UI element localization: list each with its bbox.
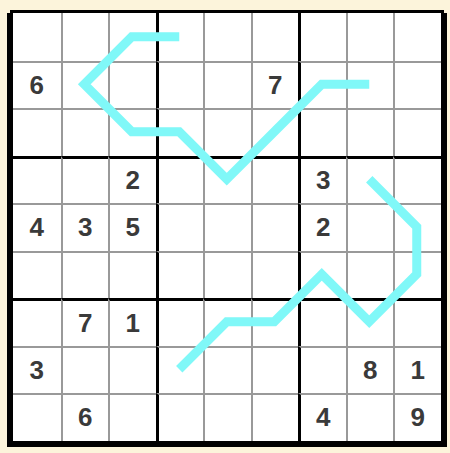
cell-r5c8[interactable]: [393, 251, 441, 299]
cell-r6c3[interactable]: [156, 298, 204, 346]
cell-r8c4[interactable]: [203, 393, 251, 441]
cell-r0c7[interactable]: [346, 13, 394, 61]
given-digit: 1: [126, 308, 140, 339]
cell-r3c1[interactable]: [61, 156, 109, 204]
cell-r5c4[interactable]: [203, 251, 251, 299]
cell-r7c0[interactable]: 3: [13, 346, 61, 394]
cell-r7c2[interactable]: [108, 346, 156, 394]
cell-r8c3[interactable]: [156, 393, 204, 441]
cell-r6c4[interactable]: [203, 298, 251, 346]
cell-r2c7[interactable]: [346, 108, 394, 156]
cell-r4c5[interactable]: [251, 203, 299, 251]
cell-r1c7[interactable]: [346, 61, 394, 109]
cell-r5c7[interactable]: [346, 251, 394, 299]
cell-r2c0[interactable]: [13, 108, 61, 156]
cell-r1c0[interactable]: 6: [13, 61, 61, 109]
cell-r0c5[interactable]: [251, 13, 299, 61]
cell-r6c7[interactable]: [346, 298, 394, 346]
cell-r8c2[interactable]: [108, 393, 156, 441]
cell-r3c4[interactable]: [203, 156, 251, 204]
cell-r1c5[interactable]: 7: [251, 61, 299, 109]
cell-r5c5[interactable]: [251, 251, 299, 299]
given-digit: 7: [268, 70, 282, 101]
given-digit: 8: [363, 355, 377, 386]
cell-r6c2[interactable]: 1: [108, 298, 156, 346]
cell-r7c8[interactable]: 1: [393, 346, 441, 394]
cell-r4c3[interactable]: [156, 203, 204, 251]
given-digit: 4: [316, 402, 330, 433]
cell-r6c1[interactable]: 7: [61, 298, 109, 346]
cell-r2c6[interactable]: [298, 108, 346, 156]
cell-r6c8[interactable]: [393, 298, 441, 346]
cell-r0c3[interactable]: [156, 13, 204, 61]
cell-r2c3[interactable]: [156, 108, 204, 156]
cell-r1c1[interactable]: [61, 61, 109, 109]
cell-r7c7[interactable]: 8: [346, 346, 394, 394]
cell-r3c2[interactable]: 2: [108, 156, 156, 204]
cell-r3c6[interactable]: 3: [298, 156, 346, 204]
cell-r6c0[interactable]: [13, 298, 61, 346]
given-digit: 3: [30, 355, 44, 386]
given-digit: 5: [126, 212, 140, 243]
cell-r1c2[interactable]: [108, 61, 156, 109]
cell-r5c2[interactable]: [108, 251, 156, 299]
cell-r5c1[interactable]: [61, 251, 109, 299]
cell-r4c1[interactable]: 3: [61, 203, 109, 251]
cell-r6c5[interactable]: [251, 298, 299, 346]
cell-r8c1[interactable]: 6: [61, 393, 109, 441]
cell-r8c6[interactable]: 4: [298, 393, 346, 441]
cell-r7c5[interactable]: [251, 346, 299, 394]
cell-r8c7[interactable]: [346, 393, 394, 441]
cell-r2c4[interactable]: [203, 108, 251, 156]
given-digit: 7: [78, 308, 92, 339]
cell-r4c0[interactable]: 4: [13, 203, 61, 251]
sudoku-grid: 6723435271381649: [13, 13, 441, 441]
cell-r0c0[interactable]: [13, 13, 61, 61]
cell-r4c6[interactable]: 2: [298, 203, 346, 251]
cell-r7c4[interactable]: [203, 346, 251, 394]
cell-r4c4[interactable]: [203, 203, 251, 251]
cell-r3c7[interactable]: [346, 156, 394, 204]
cell-r0c2[interactable]: [108, 13, 156, 61]
cell-r5c6[interactable]: [298, 251, 346, 299]
cell-r2c1[interactable]: [61, 108, 109, 156]
given-digit: 2: [126, 165, 140, 196]
cell-r0c4[interactable]: [203, 13, 251, 61]
cell-r4c2[interactable]: 5: [108, 203, 156, 251]
cell-r2c2[interactable]: [108, 108, 156, 156]
given-digit: 6: [30, 70, 44, 101]
cell-r0c6[interactable]: [298, 13, 346, 61]
cell-r3c3[interactable]: [156, 156, 204, 204]
cell-r8c5[interactable]: [251, 393, 299, 441]
cell-r1c3[interactable]: [156, 61, 204, 109]
cell-r1c6[interactable]: [298, 61, 346, 109]
cell-r0c1[interactable]: [61, 13, 109, 61]
cell-r3c8[interactable]: [393, 156, 441, 204]
page-background: 6723435271381649: [0, 0, 450, 453]
sudoku-board: 6723435271381649: [10, 10, 444, 444]
given-digit: 6: [78, 402, 92, 433]
cell-r3c5[interactable]: [251, 156, 299, 204]
cell-r7c1[interactable]: [61, 346, 109, 394]
cell-r4c8[interactable]: [393, 203, 441, 251]
cell-r5c3[interactable]: [156, 251, 204, 299]
cell-r0c8[interactable]: [393, 13, 441, 61]
cell-r2c8[interactable]: [393, 108, 441, 156]
given-digit: 1: [411, 355, 425, 386]
given-digit: 3: [78, 212, 92, 243]
cell-r5c0[interactable]: [13, 251, 61, 299]
given-digit: 3: [316, 165, 330, 196]
cell-r1c4[interactable]: [203, 61, 251, 109]
cell-r6c6[interactable]: [298, 298, 346, 346]
cell-r3c0[interactable]: [13, 156, 61, 204]
given-digit: 9: [411, 402, 425, 433]
given-digit: 2: [316, 212, 330, 243]
cell-r2c5[interactable]: [251, 108, 299, 156]
cell-r4c7[interactable]: [346, 203, 394, 251]
cell-r8c8[interactable]: 9: [393, 393, 441, 441]
cell-r1c8[interactable]: [393, 61, 441, 109]
cell-r7c6[interactable]: [298, 346, 346, 394]
given-digit: 4: [30, 212, 44, 243]
cell-r7c3[interactable]: [156, 346, 204, 394]
cell-r8c0[interactable]: [13, 393, 61, 441]
